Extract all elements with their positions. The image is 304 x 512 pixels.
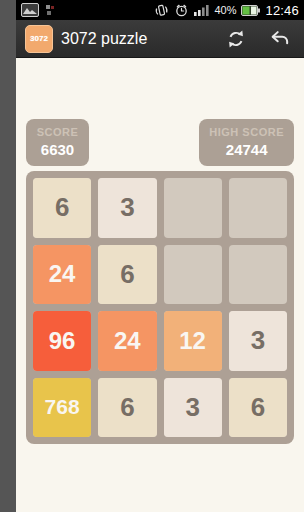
status-clock: 12:46 xyxy=(265,3,299,18)
gallery-icon xyxy=(21,3,39,17)
restart-button[interactable] xyxy=(221,24,251,54)
cell: 3 xyxy=(164,378,222,438)
refresh-icon xyxy=(225,28,247,50)
tile-3: 3 xyxy=(98,178,156,238)
high-score-value: 24744 xyxy=(209,141,284,158)
cell: 6 xyxy=(229,378,287,438)
battery-icon xyxy=(241,5,260,16)
cell: 96 xyxy=(33,311,91,371)
tile-24: 24 xyxy=(98,311,156,371)
undo-icon xyxy=(269,28,291,50)
undo-button[interactable] xyxy=(265,24,295,54)
notification-grid-icon xyxy=(45,4,55,16)
tile-3: 3 xyxy=(164,378,222,438)
status-right-cluster: 40% 12:46 xyxy=(154,3,299,18)
app-launcher-icon: 3072 xyxy=(25,25,53,53)
status-bar[interactable]: 40% 12:46 xyxy=(16,0,304,20)
tile-3: 3 xyxy=(229,311,287,371)
app-bar: 3072 3072 puzzle xyxy=(16,20,304,58)
signal-icon xyxy=(194,4,209,16)
action-buttons xyxy=(221,24,295,54)
app-title: 3072 puzzle xyxy=(61,30,147,48)
cell: 6 xyxy=(98,245,156,305)
vibrate-icon xyxy=(154,3,169,18)
scores-row: SCORE 6630 HIGH SCORE 24744 xyxy=(26,119,294,166)
empty-cell xyxy=(229,178,287,238)
tile-24: 24 xyxy=(33,245,91,305)
tile-6: 6 xyxy=(229,378,287,438)
game-board[interactable]: 632469624123768636 xyxy=(26,171,294,444)
cell: 24 xyxy=(33,245,91,305)
status-left-icons xyxy=(21,3,55,17)
cell: 768 xyxy=(33,378,91,438)
tile-6: 6 xyxy=(98,378,156,438)
empty-cell xyxy=(164,178,222,238)
battery-percent: 40% xyxy=(214,4,236,16)
tile-96: 96 xyxy=(33,311,91,371)
score-box: SCORE 6630 xyxy=(26,119,89,166)
empty-cell xyxy=(164,245,222,305)
alarm-icon xyxy=(174,3,189,18)
score-label: SCORE xyxy=(36,126,79,138)
tile-12: 12 xyxy=(164,311,222,371)
tile-6: 6 xyxy=(33,178,91,238)
cell: 3 xyxy=(98,178,156,238)
tile-768: 768 xyxy=(33,378,91,438)
empty-cell xyxy=(229,245,287,305)
cell: 6 xyxy=(33,178,91,238)
high-score-box: HIGH SCORE 24744 xyxy=(199,119,294,166)
phone-screen: 40% 12:46 3072 3072 puzzle xyxy=(16,0,304,512)
cell: 24 xyxy=(98,311,156,371)
cell: 6 xyxy=(98,378,156,438)
cell: 12 xyxy=(164,311,222,371)
high-score-label: HIGH SCORE xyxy=(209,126,284,138)
tile-6: 6 xyxy=(98,245,156,305)
score-value: 6630 xyxy=(36,141,79,158)
cell: 3 xyxy=(229,311,287,371)
